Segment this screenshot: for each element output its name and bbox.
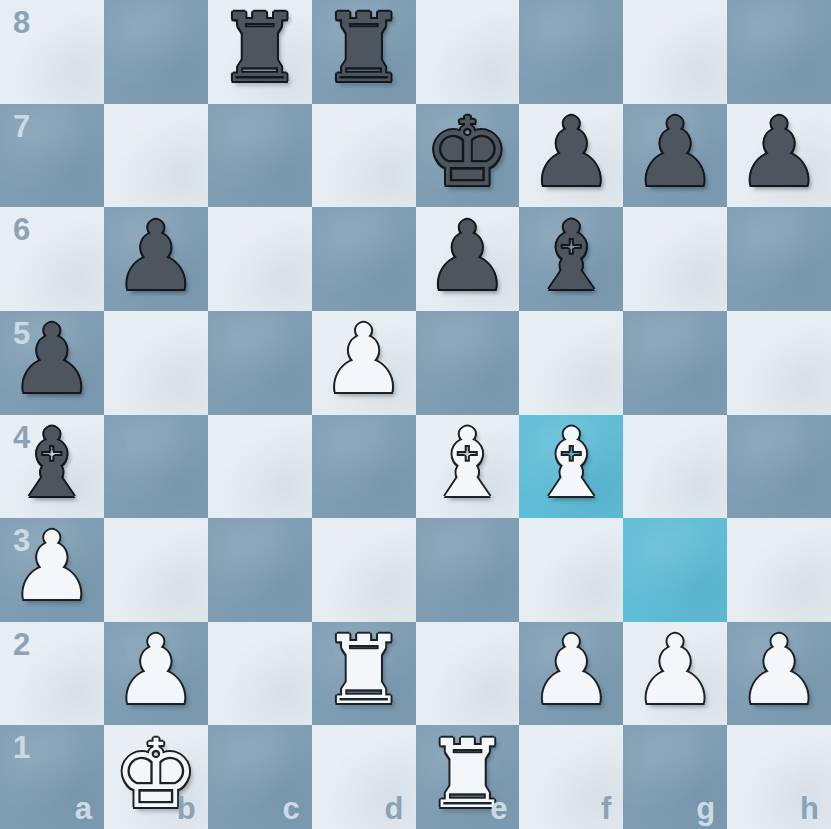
square-h6[interactable] <box>727 207 831 311</box>
square-e1[interactable]: e♜ <box>416 725 520 829</box>
square-g3[interactable] <box>623 518 727 622</box>
square-e6[interactable]: ♟ <box>416 207 520 311</box>
white-pawn-icon[interactable]: ♟ <box>529 623 614 718</box>
square-g5[interactable] <box>623 311 727 415</box>
square-c5[interactable] <box>208 311 312 415</box>
square-c8[interactable]: ♜ <box>208 0 312 104</box>
square-a2[interactable]: 2 <box>0 622 104 726</box>
square-g4[interactable] <box>623 415 727 519</box>
square-h8[interactable] <box>727 0 831 104</box>
white-bishop-icon[interactable]: ♝ <box>425 416 510 511</box>
square-b8[interactable] <box>104 0 208 104</box>
chess-board: 8♜♜7♚♟♟♟6♟♟♝5♟♟4♝♝♝3♟2♟♜♟♟♟1ab♚cde♜fgh <box>0 0 831 829</box>
square-d1[interactable]: d <box>312 725 416 829</box>
square-h7[interactable]: ♟ <box>727 104 831 208</box>
black-rook-icon[interactable]: ♜ <box>217 1 302 96</box>
square-e3[interactable] <box>416 518 520 622</box>
square-d3[interactable] <box>312 518 416 622</box>
square-f8[interactable] <box>519 0 623 104</box>
black-rook-icon[interactable]: ♜ <box>321 1 406 96</box>
file-label-a: a <box>75 791 92 827</box>
white-pawn-icon[interactable]: ♟ <box>736 623 821 718</box>
rank-label-6: 6 <box>13 212 30 248</box>
square-c2[interactable] <box>208 622 312 726</box>
square-h4[interactable] <box>727 415 831 519</box>
rank-label-1: 1 <box>13 730 30 766</box>
square-a1[interactable]: 1a <box>0 725 104 829</box>
white-rook-icon[interactable]: ♜ <box>321 623 406 718</box>
square-c6[interactable] <box>208 207 312 311</box>
square-h1[interactable]: h <box>727 725 831 829</box>
square-c1[interactable]: c <box>208 725 312 829</box>
square-e8[interactable] <box>416 0 520 104</box>
square-e2[interactable] <box>416 622 520 726</box>
white-pawn-icon[interactable]: ♟ <box>321 312 406 407</box>
square-b2[interactable]: ♟ <box>104 622 208 726</box>
black-pawn-icon[interactable]: ♟ <box>529 105 614 200</box>
file-label-f: f <box>601 791 611 827</box>
square-c4[interactable] <box>208 415 312 519</box>
square-b7[interactable] <box>104 104 208 208</box>
white-king-icon[interactable]: ♚ <box>113 727 198 822</box>
square-f1[interactable]: f <box>519 725 623 829</box>
square-c3[interactable] <box>208 518 312 622</box>
square-b6[interactable]: ♟ <box>104 207 208 311</box>
black-pawn-icon[interactable]: ♟ <box>113 209 198 304</box>
white-pawn-icon[interactable]: ♟ <box>113 623 198 718</box>
square-a7[interactable]: 7 <box>0 104 104 208</box>
square-e7[interactable]: ♚ <box>416 104 520 208</box>
square-d8[interactable]: ♜ <box>312 0 416 104</box>
black-bishop-icon[interactable]: ♝ <box>529 209 614 304</box>
rank-label-8: 8 <box>13 5 30 41</box>
square-d5[interactable]: ♟ <box>312 311 416 415</box>
square-b4[interactable] <box>104 415 208 519</box>
square-h5[interactable] <box>727 311 831 415</box>
black-pawn-icon[interactable]: ♟ <box>9 312 94 407</box>
square-g1[interactable]: g <box>623 725 727 829</box>
square-f3[interactable] <box>519 518 623 622</box>
square-g8[interactable] <box>623 0 727 104</box>
square-d4[interactable] <box>312 415 416 519</box>
square-b5[interactable] <box>104 311 208 415</box>
square-f5[interactable] <box>519 311 623 415</box>
black-king-icon[interactable]: ♚ <box>425 105 510 200</box>
square-b1[interactable]: b♚ <box>104 725 208 829</box>
square-a6[interactable]: 6 <box>0 207 104 311</box>
square-a4[interactable]: 4♝ <box>0 415 104 519</box>
rank-label-2: 2 <box>13 627 30 663</box>
square-h3[interactable] <box>727 518 831 622</box>
chess-board-wrap: 8♜♜7♚♟♟♟6♟♟♝5♟♟4♝♝♝3♟2♟♜♟♟♟1ab♚cde♜fgh <box>0 0 831 829</box>
square-d6[interactable] <box>312 207 416 311</box>
white-rook-icon[interactable]: ♜ <box>425 727 510 822</box>
rank-label-7: 7 <box>13 109 30 145</box>
black-pawn-icon[interactable]: ♟ <box>736 105 821 200</box>
square-g2[interactable]: ♟ <box>623 622 727 726</box>
black-bishop-icon[interactable]: ♝ <box>9 416 94 511</box>
square-d2[interactable]: ♜ <box>312 622 416 726</box>
square-f7[interactable]: ♟ <box>519 104 623 208</box>
white-bishop-icon[interactable]: ♝ <box>529 416 614 511</box>
file-label-c: c <box>282 791 299 827</box>
square-g7[interactable]: ♟ <box>623 104 727 208</box>
square-a8[interactable]: 8 <box>0 0 104 104</box>
square-e5[interactable] <box>416 311 520 415</box>
square-f6[interactable]: ♝ <box>519 207 623 311</box>
square-b3[interactable] <box>104 518 208 622</box>
square-e4[interactable]: ♝ <box>416 415 520 519</box>
square-d7[interactable] <box>312 104 416 208</box>
black-pawn-icon[interactable]: ♟ <box>633 105 718 200</box>
square-f4[interactable]: ♝ <box>519 415 623 519</box>
file-label-g: g <box>696 791 715 827</box>
black-pawn-icon[interactable]: ♟ <box>425 209 510 304</box>
white-pawn-icon[interactable]: ♟ <box>9 519 94 614</box>
file-label-h: h <box>800 791 819 827</box>
square-h2[interactable]: ♟ <box>727 622 831 726</box>
square-f2[interactable]: ♟ <box>519 622 623 726</box>
square-c7[interactable] <box>208 104 312 208</box>
square-a3[interactable]: 3♟ <box>0 518 104 622</box>
white-pawn-icon[interactable]: ♟ <box>633 623 718 718</box>
square-g6[interactable] <box>623 207 727 311</box>
square-a5[interactable]: 5♟ <box>0 311 104 415</box>
file-label-d: d <box>385 791 404 827</box>
